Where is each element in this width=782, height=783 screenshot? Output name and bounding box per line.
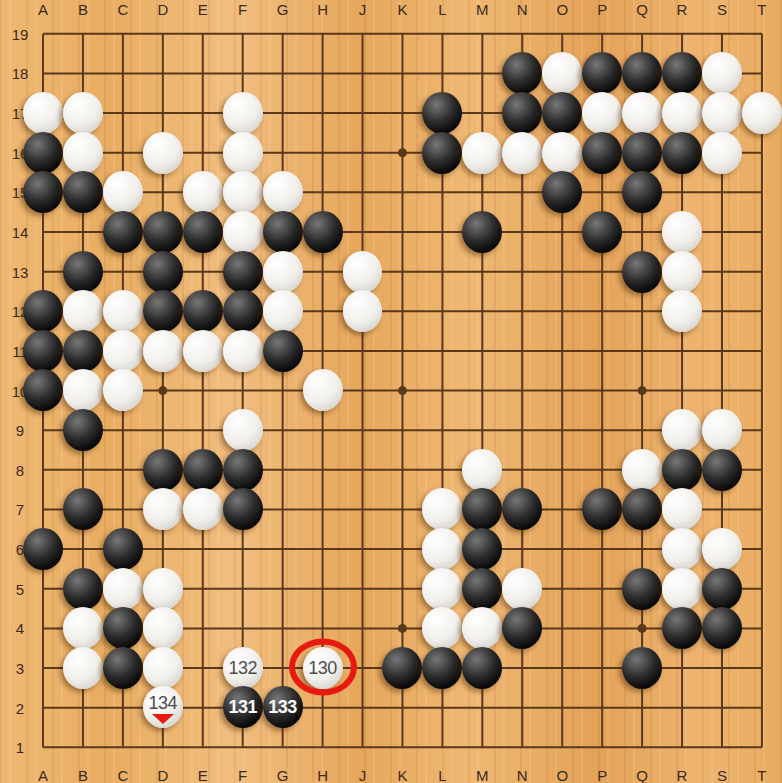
intersection-M11[interactable] bbox=[462, 331, 502, 371]
intersection-S15[interactable] bbox=[702, 173, 742, 213]
intersection-T3[interactable] bbox=[742, 648, 782, 688]
intersection-E12[interactable] bbox=[183, 291, 223, 331]
intersection-M15[interactable] bbox=[462, 173, 502, 213]
intersection-P13[interactable] bbox=[582, 252, 622, 292]
intersection-G7[interactable] bbox=[263, 490, 303, 530]
intersection-F9[interactable] bbox=[223, 410, 263, 450]
intersection-D7[interactable] bbox=[143, 490, 183, 530]
intersection-M4[interactable] bbox=[462, 608, 502, 648]
intersection-S11[interactable] bbox=[702, 331, 742, 371]
intersection-H9[interactable] bbox=[303, 410, 343, 450]
intersection-P19[interactable] bbox=[582, 14, 622, 54]
intersection-N17[interactable] bbox=[502, 93, 542, 133]
intersection-E17[interactable] bbox=[183, 93, 223, 133]
intersection-G3[interactable] bbox=[263, 648, 303, 688]
intersection-D4[interactable] bbox=[143, 608, 183, 648]
intersection-L12[interactable] bbox=[422, 291, 462, 331]
intersection-O15[interactable] bbox=[542, 173, 582, 213]
intersection-E13[interactable] bbox=[183, 252, 223, 292]
intersection-K13[interactable] bbox=[382, 252, 422, 292]
intersection-H19[interactable] bbox=[303, 14, 343, 54]
intersection-C10[interactable] bbox=[103, 371, 143, 411]
intersection-M1[interactable] bbox=[462, 727, 502, 767]
intersection-N12[interactable] bbox=[502, 291, 542, 331]
intersection-D3[interactable] bbox=[143, 648, 183, 688]
intersection-B10[interactable] bbox=[63, 371, 103, 411]
intersection-K10[interactable] bbox=[382, 371, 422, 411]
intersection-R14[interactable] bbox=[662, 212, 702, 252]
intersection-B13[interactable] bbox=[63, 252, 103, 292]
intersection-F8[interactable] bbox=[223, 450, 263, 490]
intersection-C2[interactable] bbox=[103, 688, 143, 728]
intersection-P4[interactable] bbox=[582, 608, 622, 648]
intersection-F18[interactable] bbox=[223, 54, 263, 94]
intersection-C6[interactable] bbox=[103, 529, 143, 569]
intersection-J7[interactable] bbox=[343, 490, 383, 530]
intersection-D14[interactable] bbox=[143, 212, 183, 252]
intersection-P12[interactable] bbox=[582, 291, 622, 331]
intersection-K8[interactable] bbox=[382, 450, 422, 490]
intersection-D8[interactable] bbox=[143, 450, 183, 490]
intersection-L19[interactable] bbox=[422, 14, 462, 54]
intersection-F2[interactable]: 131 bbox=[223, 688, 263, 728]
intersection-Q10[interactable] bbox=[622, 371, 662, 411]
intersection-L18[interactable] bbox=[422, 54, 462, 94]
intersection-R7[interactable] bbox=[662, 490, 702, 530]
intersection-L9[interactable] bbox=[422, 410, 462, 450]
intersection-S4[interactable] bbox=[702, 608, 742, 648]
intersection-A16[interactable] bbox=[23, 133, 63, 173]
intersection-E16[interactable] bbox=[183, 133, 223, 173]
intersection-B6[interactable] bbox=[63, 529, 103, 569]
intersection-K17[interactable] bbox=[382, 93, 422, 133]
intersection-N13[interactable] bbox=[502, 252, 542, 292]
intersection-O10[interactable] bbox=[542, 371, 582, 411]
intersection-O13[interactable] bbox=[542, 252, 582, 292]
intersection-M8[interactable] bbox=[462, 450, 502, 490]
intersection-R13[interactable] bbox=[662, 252, 702, 292]
intersection-C8[interactable] bbox=[103, 450, 143, 490]
intersection-P15[interactable] bbox=[582, 173, 622, 213]
intersection-P6[interactable] bbox=[582, 529, 622, 569]
intersection-L2[interactable] bbox=[422, 688, 462, 728]
intersection-C16[interactable] bbox=[103, 133, 143, 173]
intersection-H16[interactable] bbox=[303, 133, 343, 173]
intersection-Q14[interactable] bbox=[622, 212, 662, 252]
intersection-G11[interactable] bbox=[263, 331, 303, 371]
intersection-H8[interactable] bbox=[303, 450, 343, 490]
intersection-H10[interactable] bbox=[303, 371, 343, 411]
intersection-T8[interactable] bbox=[742, 450, 782, 490]
intersection-B5[interactable] bbox=[63, 569, 103, 609]
intersection-N8[interactable] bbox=[502, 450, 542, 490]
intersection-C11[interactable] bbox=[103, 331, 143, 371]
intersection-R11[interactable] bbox=[662, 331, 702, 371]
intersection-T16[interactable] bbox=[742, 133, 782, 173]
intersection-J1[interactable] bbox=[343, 727, 383, 767]
intersection-T7[interactable] bbox=[742, 490, 782, 530]
intersection-L10[interactable] bbox=[422, 371, 462, 411]
intersection-T1[interactable] bbox=[742, 727, 782, 767]
intersection-M6[interactable] bbox=[462, 529, 502, 569]
intersection-E11[interactable] bbox=[183, 331, 223, 371]
intersection-J15[interactable] bbox=[343, 173, 383, 213]
intersection-K1[interactable] bbox=[382, 727, 422, 767]
intersection-R17[interactable] bbox=[662, 93, 702, 133]
intersection-E14[interactable] bbox=[183, 212, 223, 252]
intersection-D13[interactable] bbox=[143, 252, 183, 292]
intersection-G6[interactable] bbox=[263, 529, 303, 569]
intersection-P1[interactable] bbox=[582, 727, 622, 767]
intersection-O4[interactable] bbox=[542, 608, 582, 648]
intersection-F11[interactable] bbox=[223, 331, 263, 371]
intersection-C19[interactable] bbox=[103, 14, 143, 54]
intersection-M17[interactable] bbox=[462, 93, 502, 133]
intersection-Q1[interactable] bbox=[622, 727, 662, 767]
intersection-B8[interactable] bbox=[63, 450, 103, 490]
intersection-F7[interactable] bbox=[223, 490, 263, 530]
intersection-C3[interactable] bbox=[103, 648, 143, 688]
intersection-Q12[interactable] bbox=[622, 291, 662, 331]
intersection-M14[interactable] bbox=[462, 212, 502, 252]
intersection-A8[interactable] bbox=[23, 450, 63, 490]
intersection-Q8[interactable] bbox=[622, 450, 662, 490]
intersection-A9[interactable] bbox=[23, 410, 63, 450]
intersection-S10[interactable] bbox=[702, 371, 742, 411]
intersection-R16[interactable] bbox=[662, 133, 702, 173]
intersection-L15[interactable] bbox=[422, 173, 462, 213]
intersection-B7[interactable] bbox=[63, 490, 103, 530]
intersection-N6[interactable] bbox=[502, 529, 542, 569]
intersection-H3[interactable]: 130 bbox=[303, 648, 343, 688]
intersection-G16[interactable] bbox=[263, 133, 303, 173]
intersection-C18[interactable] bbox=[103, 54, 143, 94]
intersection-K3[interactable] bbox=[382, 648, 422, 688]
intersection-A5[interactable] bbox=[23, 569, 63, 609]
intersection-T15[interactable] bbox=[742, 173, 782, 213]
intersection-K2[interactable] bbox=[382, 688, 422, 728]
intersection-S1[interactable] bbox=[702, 727, 742, 767]
intersection-J12[interactable] bbox=[343, 291, 383, 331]
intersection-P18[interactable] bbox=[582, 54, 622, 94]
intersection-B12[interactable] bbox=[63, 291, 103, 331]
intersection-D19[interactable] bbox=[143, 14, 183, 54]
intersection-M3[interactable] bbox=[462, 648, 502, 688]
intersection-A10[interactable] bbox=[23, 371, 63, 411]
intersection-Q6[interactable] bbox=[622, 529, 662, 569]
intersection-E8[interactable] bbox=[183, 450, 223, 490]
intersection-B1[interactable] bbox=[63, 727, 103, 767]
intersection-K9[interactable] bbox=[382, 410, 422, 450]
intersection-A4[interactable] bbox=[23, 608, 63, 648]
intersection-T9[interactable] bbox=[742, 410, 782, 450]
intersection-J5[interactable] bbox=[343, 569, 383, 609]
intersection-L7[interactable] bbox=[422, 490, 462, 530]
intersection-T10[interactable] bbox=[742, 371, 782, 411]
intersection-N4[interactable] bbox=[502, 608, 542, 648]
intersection-N2[interactable] bbox=[502, 688, 542, 728]
intersection-S17[interactable] bbox=[702, 93, 742, 133]
intersection-A12[interactable] bbox=[23, 291, 63, 331]
intersection-C9[interactable] bbox=[103, 410, 143, 450]
intersection-C4[interactable] bbox=[103, 608, 143, 648]
intersection-G9[interactable] bbox=[263, 410, 303, 450]
intersection-K5[interactable] bbox=[382, 569, 422, 609]
intersection-B9[interactable] bbox=[63, 410, 103, 450]
intersection-H12[interactable] bbox=[303, 291, 343, 331]
intersection-N5[interactable] bbox=[502, 569, 542, 609]
intersection-O1[interactable] bbox=[542, 727, 582, 767]
intersection-D18[interactable] bbox=[143, 54, 183, 94]
intersection-P7[interactable] bbox=[582, 490, 622, 530]
intersection-G4[interactable] bbox=[263, 608, 303, 648]
intersection-J9[interactable] bbox=[343, 410, 383, 450]
intersection-A14[interactable] bbox=[23, 212, 63, 252]
intersection-S18[interactable] bbox=[702, 54, 742, 94]
intersection-O18[interactable] bbox=[542, 54, 582, 94]
intersection-E18[interactable] bbox=[183, 54, 223, 94]
intersection-P9[interactable] bbox=[582, 410, 622, 450]
intersection-K19[interactable] bbox=[382, 14, 422, 54]
intersection-F19[interactable] bbox=[223, 14, 263, 54]
intersection-R9[interactable] bbox=[662, 410, 702, 450]
intersection-S12[interactable] bbox=[702, 291, 742, 331]
intersection-H4[interactable] bbox=[303, 608, 343, 648]
intersection-T18[interactable] bbox=[742, 54, 782, 94]
intersection-D1[interactable] bbox=[143, 727, 183, 767]
intersection-O3[interactable] bbox=[542, 648, 582, 688]
intersection-H15[interactable] bbox=[303, 173, 343, 213]
intersection-K18[interactable] bbox=[382, 54, 422, 94]
intersection-C17[interactable] bbox=[103, 93, 143, 133]
intersection-Q7[interactable] bbox=[622, 490, 662, 530]
intersection-Q4[interactable] bbox=[622, 608, 662, 648]
intersection-O12[interactable] bbox=[542, 291, 582, 331]
intersection-Q15[interactable] bbox=[622, 173, 662, 213]
intersection-M19[interactable] bbox=[462, 14, 502, 54]
intersection-P10[interactable] bbox=[582, 371, 622, 411]
intersection-O6[interactable] bbox=[542, 529, 582, 569]
intersection-F13[interactable] bbox=[223, 252, 263, 292]
intersection-P17[interactable] bbox=[582, 93, 622, 133]
intersection-C14[interactable] bbox=[103, 212, 143, 252]
intersection-Q17[interactable] bbox=[622, 93, 662, 133]
intersection-R6[interactable] bbox=[662, 529, 702, 569]
intersection-K12[interactable] bbox=[382, 291, 422, 331]
intersection-D16[interactable] bbox=[143, 133, 183, 173]
intersection-Q5[interactable] bbox=[622, 569, 662, 609]
intersection-S6[interactable] bbox=[702, 529, 742, 569]
intersection-O5[interactable] bbox=[542, 569, 582, 609]
intersection-M18[interactable] bbox=[462, 54, 502, 94]
intersection-A17[interactable] bbox=[23, 93, 63, 133]
intersection-M7[interactable] bbox=[462, 490, 502, 530]
intersection-N10[interactable] bbox=[502, 371, 542, 411]
intersection-A18[interactable] bbox=[23, 54, 63, 94]
intersection-O17[interactable] bbox=[542, 93, 582, 133]
intersection-N3[interactable] bbox=[502, 648, 542, 688]
intersection-E1[interactable] bbox=[183, 727, 223, 767]
intersection-J19[interactable] bbox=[343, 14, 383, 54]
intersection-J11[interactable] bbox=[343, 331, 383, 371]
intersection-L5[interactable] bbox=[422, 569, 462, 609]
intersection-K6[interactable] bbox=[382, 529, 422, 569]
intersection-F5[interactable] bbox=[223, 569, 263, 609]
intersection-T6[interactable] bbox=[742, 529, 782, 569]
intersection-D2[interactable]: 134 bbox=[143, 688, 183, 728]
intersection-O9[interactable] bbox=[542, 410, 582, 450]
intersection-M13[interactable] bbox=[462, 252, 502, 292]
intersection-O11[interactable] bbox=[542, 331, 582, 371]
intersection-J17[interactable] bbox=[343, 93, 383, 133]
intersection-S2[interactable] bbox=[702, 688, 742, 728]
intersection-S16[interactable] bbox=[702, 133, 742, 173]
intersection-J10[interactable] bbox=[343, 371, 383, 411]
intersection-B17[interactable] bbox=[63, 93, 103, 133]
intersection-E2[interactable] bbox=[183, 688, 223, 728]
intersection-N16[interactable] bbox=[502, 133, 542, 173]
intersection-C1[interactable] bbox=[103, 727, 143, 767]
intersection-P5[interactable] bbox=[582, 569, 622, 609]
intersection-L17[interactable] bbox=[422, 93, 462, 133]
intersection-P14[interactable] bbox=[582, 212, 622, 252]
intersection-H13[interactable] bbox=[303, 252, 343, 292]
intersection-D6[interactable] bbox=[143, 529, 183, 569]
intersection-G12[interactable] bbox=[263, 291, 303, 331]
intersection-H2[interactable] bbox=[303, 688, 343, 728]
intersection-A3[interactable] bbox=[23, 648, 63, 688]
intersection-B15[interactable] bbox=[63, 173, 103, 213]
intersection-D9[interactable] bbox=[143, 410, 183, 450]
intersection-T11[interactable] bbox=[742, 331, 782, 371]
intersection-G14[interactable] bbox=[263, 212, 303, 252]
intersection-H14[interactable] bbox=[303, 212, 343, 252]
intersection-J4[interactable] bbox=[343, 608, 383, 648]
intersection-S14[interactable] bbox=[702, 212, 742, 252]
intersection-L11[interactable] bbox=[422, 331, 462, 371]
intersection-A13[interactable] bbox=[23, 252, 63, 292]
intersection-K16[interactable] bbox=[382, 133, 422, 173]
intersection-N18[interactable] bbox=[502, 54, 542, 94]
intersection-B16[interactable] bbox=[63, 133, 103, 173]
intersection-N14[interactable] bbox=[502, 212, 542, 252]
intersection-H1[interactable] bbox=[303, 727, 343, 767]
intersection-R12[interactable] bbox=[662, 291, 702, 331]
intersection-P11[interactable] bbox=[582, 331, 622, 371]
intersection-A1[interactable] bbox=[23, 727, 63, 767]
intersection-G5[interactable] bbox=[263, 569, 303, 609]
intersection-S8[interactable] bbox=[702, 450, 742, 490]
intersection-R19[interactable] bbox=[662, 14, 702, 54]
intersection-L13[interactable] bbox=[422, 252, 462, 292]
intersection-S19[interactable] bbox=[702, 14, 742, 54]
intersection-M16[interactable] bbox=[462, 133, 502, 173]
intersection-O19[interactable] bbox=[542, 14, 582, 54]
intersection-F12[interactable] bbox=[223, 291, 263, 331]
intersection-J13[interactable] bbox=[343, 252, 383, 292]
intersection-N15[interactable] bbox=[502, 173, 542, 213]
intersection-Q3[interactable] bbox=[622, 648, 662, 688]
intersection-G10[interactable] bbox=[263, 371, 303, 411]
intersection-J16[interactable] bbox=[343, 133, 383, 173]
intersection-T14[interactable] bbox=[742, 212, 782, 252]
intersection-E3[interactable] bbox=[183, 648, 223, 688]
intersection-L4[interactable] bbox=[422, 608, 462, 648]
intersection-D5[interactable] bbox=[143, 569, 183, 609]
intersection-S7[interactable] bbox=[702, 490, 742, 530]
intersection-F3[interactable]: 132 bbox=[223, 648, 263, 688]
intersection-F1[interactable] bbox=[223, 727, 263, 767]
intersection-E7[interactable] bbox=[183, 490, 223, 530]
intersection-E9[interactable] bbox=[183, 410, 223, 450]
intersection-N7[interactable] bbox=[502, 490, 542, 530]
intersection-Q13[interactable] bbox=[622, 252, 662, 292]
intersection-K4[interactable] bbox=[382, 608, 422, 648]
intersection-G19[interactable] bbox=[263, 14, 303, 54]
intersection-B2[interactable] bbox=[63, 688, 103, 728]
intersection-O14[interactable] bbox=[542, 212, 582, 252]
intersection-N11[interactable] bbox=[502, 331, 542, 371]
intersection-E6[interactable] bbox=[183, 529, 223, 569]
intersection-F14[interactable] bbox=[223, 212, 263, 252]
intersection-M5[interactable] bbox=[462, 569, 502, 609]
intersection-T19[interactable] bbox=[742, 14, 782, 54]
intersection-O7[interactable] bbox=[542, 490, 582, 530]
intersection-R10[interactable] bbox=[662, 371, 702, 411]
intersection-R18[interactable] bbox=[662, 54, 702, 94]
intersection-Q18[interactable] bbox=[622, 54, 662, 94]
intersection-K7[interactable] bbox=[382, 490, 422, 530]
intersection-S9[interactable] bbox=[702, 410, 742, 450]
intersection-Q11[interactable] bbox=[622, 331, 662, 371]
intersection-R4[interactable] bbox=[662, 608, 702, 648]
intersection-T5[interactable] bbox=[742, 569, 782, 609]
intersection-H6[interactable] bbox=[303, 529, 343, 569]
intersection-L14[interactable] bbox=[422, 212, 462, 252]
intersection-Q19[interactable] bbox=[622, 14, 662, 54]
intersection-S3[interactable] bbox=[702, 648, 742, 688]
intersection-A7[interactable] bbox=[23, 490, 63, 530]
intersection-J8[interactable] bbox=[343, 450, 383, 490]
intersection-J2[interactable] bbox=[343, 688, 383, 728]
intersection-S5[interactable] bbox=[702, 569, 742, 609]
intersection-J3[interactable] bbox=[343, 648, 383, 688]
intersection-C12[interactable] bbox=[103, 291, 143, 331]
intersection-O2[interactable] bbox=[542, 688, 582, 728]
intersection-T2[interactable] bbox=[742, 688, 782, 728]
intersection-L6[interactable] bbox=[422, 529, 462, 569]
intersection-A19[interactable] bbox=[23, 14, 63, 54]
intersection-C15[interactable] bbox=[103, 173, 143, 213]
intersection-F6[interactable] bbox=[223, 529, 263, 569]
intersection-N9[interactable] bbox=[502, 410, 542, 450]
intersection-G1[interactable] bbox=[263, 727, 303, 767]
intersection-H7[interactable] bbox=[303, 490, 343, 530]
intersection-P3[interactable] bbox=[582, 648, 622, 688]
intersection-G2[interactable]: 133 bbox=[263, 688, 303, 728]
intersection-L8[interactable] bbox=[422, 450, 462, 490]
intersection-T13[interactable] bbox=[742, 252, 782, 292]
intersection-K15[interactable] bbox=[382, 173, 422, 213]
intersection-C7[interactable] bbox=[103, 490, 143, 530]
intersection-C5[interactable] bbox=[103, 569, 143, 609]
intersection-B14[interactable] bbox=[63, 212, 103, 252]
intersection-B3[interactable] bbox=[63, 648, 103, 688]
intersection-M9[interactable] bbox=[462, 410, 502, 450]
intersection-R2[interactable] bbox=[662, 688, 702, 728]
intersection-E5[interactable] bbox=[183, 569, 223, 609]
intersection-R3[interactable] bbox=[662, 648, 702, 688]
